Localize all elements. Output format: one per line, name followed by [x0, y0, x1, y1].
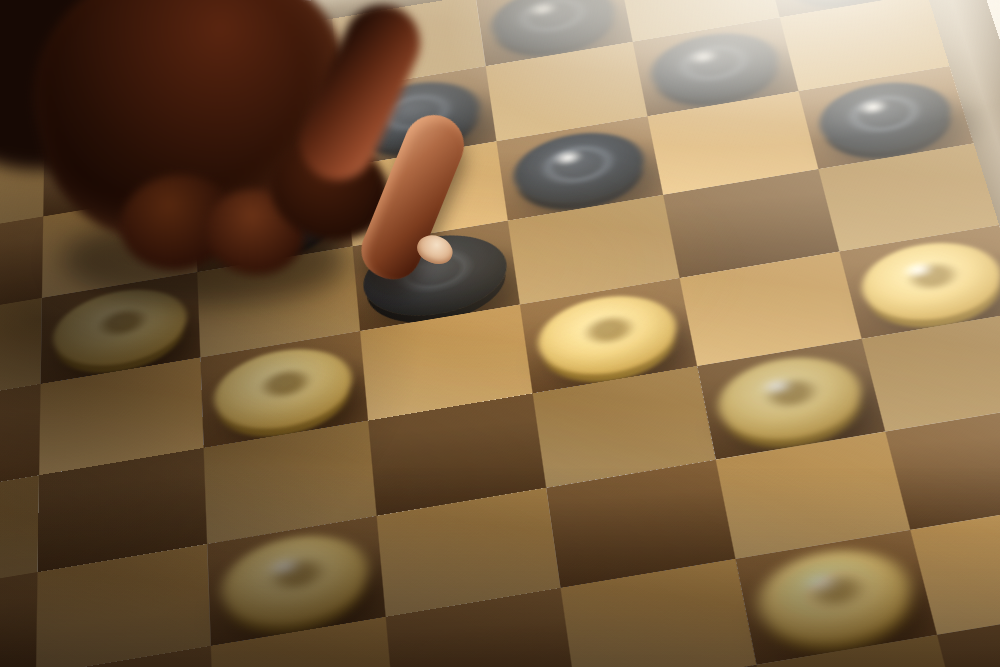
black-checker[interactable]: ⛂	[812, 74, 960, 161]
black-checker[interactable]: ⛂	[509, 124, 650, 212]
cream-checker[interactable]: ⛀	[213, 340, 355, 439]
checker-glyph: ⛀	[533, 287, 683, 385]
cream-checker[interactable]: ⛀	[533, 287, 683, 385]
checker-glyph: ⛀	[853, 234, 1000, 330]
checker-glyph: ⛀	[220, 526, 371, 636]
checker-glyph: ⛀	[213, 340, 355, 439]
cream-checker[interactable]: ⛀	[220, 526, 371, 636]
cream-checker[interactable]: ⛀	[750, 540, 921, 654]
cream-checker[interactable]: ⛀	[853, 234, 1000, 330]
checker-glyph: ⛀	[750, 540, 921, 654]
checker-glyph: ⛂	[812, 74, 960, 161]
checker-glyph: ⛀	[711, 348, 870, 450]
cream-checker[interactable]: ⛀	[711, 348, 870, 450]
checkers-photo-scene: ⛂⛂⛂⛂⛂⛂⛂⛀⛂⛀⛀⛀⛀⛀⛀	[0, 0, 1000, 667]
checker-glyph: ⛂	[509, 124, 650, 212]
board-square[interactable]	[0, 572, 38, 667]
